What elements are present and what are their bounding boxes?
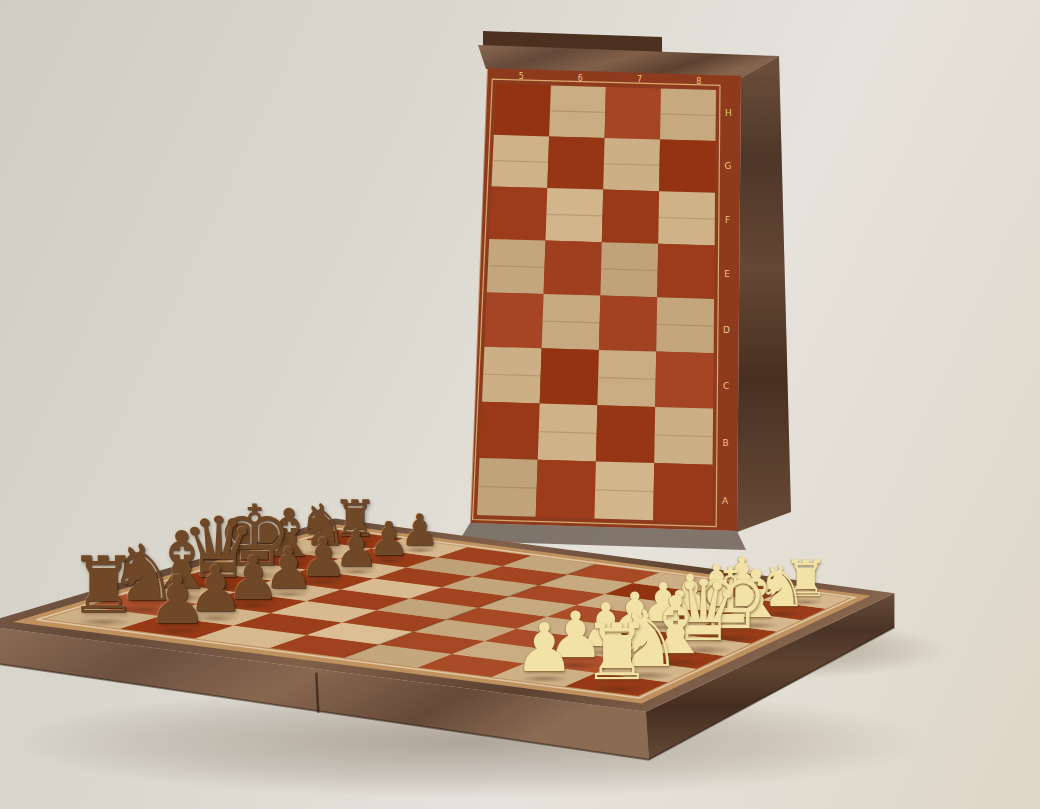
- standing-square-1-1: [547, 136, 604, 189]
- standing-file-label-F: F: [725, 215, 730, 225]
- piece-black-rook-a8[interactable]: ♜: [68, 547, 138, 625]
- standing-square-6-0: [480, 402, 540, 460]
- standing-rank-label-7: 7: [637, 75, 642, 84]
- standing-square-4-0: [484, 292, 543, 348]
- standing-square-6-2: [596, 405, 655, 463]
- piece-black-pawn-a7[interactable]: ♟: [147, 567, 207, 634]
- standing-square-1-3: [659, 139, 715, 192]
- standing-file-label-C: C: [723, 381, 729, 391]
- standing-file-label-A: A: [722, 496, 729, 506]
- standing-square-5-1: [540, 348, 599, 405]
- standing-file-label-G: G: [725, 161, 732, 171]
- standing-square-3-3: [657, 244, 714, 299]
- standing-square-4-2: [599, 296, 657, 352]
- standing-square-2-0: [489, 187, 547, 241]
- standing-square-0-0: [494, 84, 551, 136]
- standing-file-label-H: H: [725, 108, 732, 118]
- piece-white-pawn-a2[interactable]: ♟: [514, 615, 574, 682]
- standing-board: HGFEDCBA5678: [459, 31, 791, 550]
- boards-graphic: HGFEDCBA5678: [0, 0, 1040, 809]
- standing-square-7-1: [536, 460, 596, 519]
- standing-board-right-frame-shade: [737, 56, 791, 532]
- standing-square-5-3: [655, 352, 713, 409]
- piece-white-rook-a1[interactable]: ♜: [582, 614, 652, 692]
- standing-square-0-2: [605, 87, 661, 139]
- standing-rank-label-5: 5: [519, 72, 524, 81]
- standing-square-7-3: [653, 463, 712, 522]
- chess-set-photo-scene: HGFEDCBA5678 ♜♟♞♟♝♟♚♟♛♟♟♝♜♟♟♞♞♟♟♜♝♟♟♚♟♛♟…: [0, 0, 1040, 809]
- standing-rank-label-6: 6: [578, 74, 583, 83]
- standing-file-label-D: D: [723, 325, 730, 335]
- standing-square-3-1: [544, 241, 602, 296]
- standing-file-label-E: E: [724, 269, 730, 279]
- standing-rank-label-8: 8: [696, 77, 701, 86]
- standing-file-label-B: B: [722, 438, 728, 448]
- standing-square-2-2: [602, 190, 659, 244]
